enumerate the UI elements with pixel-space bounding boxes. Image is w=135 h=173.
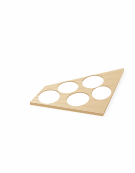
product-photo <box>0 0 135 173</box>
wooden-board-illustration <box>0 0 135 173</box>
